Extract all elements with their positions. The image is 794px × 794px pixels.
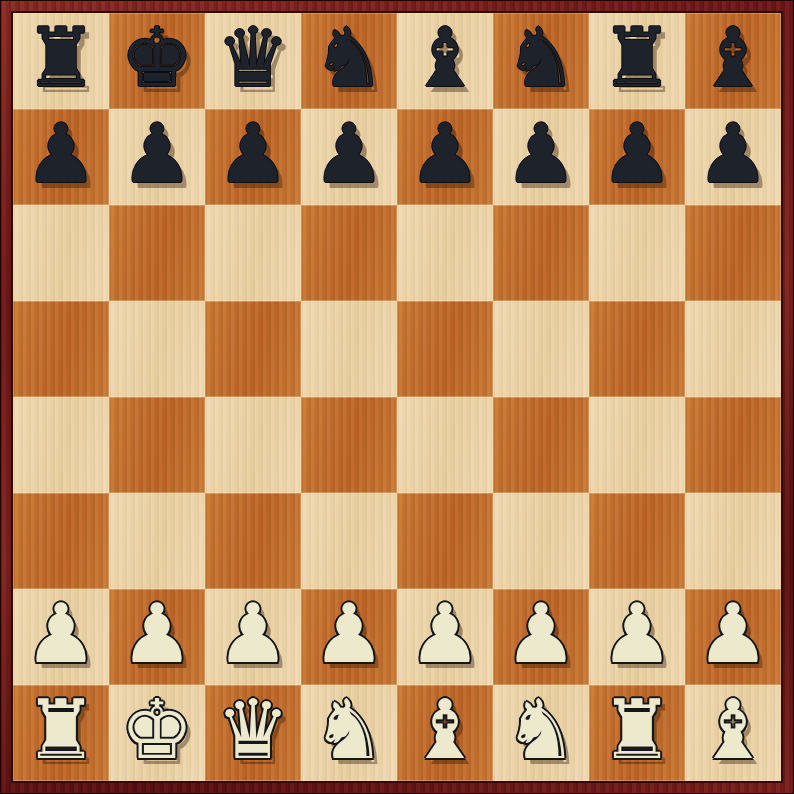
square-e5[interactable]: [397, 301, 493, 397]
piece-black-rook[interactable]: ♜: [24, 17, 98, 99]
piece-black-pawn[interactable]: ♟: [312, 113, 386, 195]
piece-white-queen[interactable]: ♛: [216, 689, 290, 771]
square-d7[interactable]: ♟: [301, 109, 397, 205]
square-h3[interactable]: [685, 493, 781, 589]
square-c4[interactable]: [205, 397, 301, 493]
square-e4[interactable]: [397, 397, 493, 493]
square-f7[interactable]: ♟: [493, 109, 589, 205]
square-h8[interactable]: ♝: [685, 13, 781, 109]
square-d1[interactable]: ♞: [301, 685, 397, 781]
square-h5[interactable]: [685, 301, 781, 397]
square-c1[interactable]: ♛: [205, 685, 301, 781]
square-g6[interactable]: [589, 205, 685, 301]
piece-black-rook[interactable]: ♜: [600, 17, 674, 99]
piece-white-rook[interactable]: ♜: [600, 689, 674, 771]
square-g5[interactable]: [589, 301, 685, 397]
piece-white-pawn[interactable]: ♟: [696, 593, 770, 675]
piece-black-pawn[interactable]: ♟: [600, 113, 674, 195]
square-h6[interactable]: [685, 205, 781, 301]
piece-black-pawn[interactable]: ♟: [216, 113, 290, 195]
piece-black-pawn[interactable]: ♟: [408, 113, 482, 195]
piece-black-pawn[interactable]: ♟: [120, 113, 194, 195]
square-b7[interactable]: ♟: [109, 109, 205, 205]
square-d4[interactable]: [301, 397, 397, 493]
square-g4[interactable]: [589, 397, 685, 493]
square-b2[interactable]: ♟: [109, 589, 205, 685]
square-b8[interactable]: ♚: [109, 13, 205, 109]
square-e1[interactable]: ♝: [397, 685, 493, 781]
piece-white-pawn[interactable]: ♟: [312, 593, 386, 675]
piece-white-pawn[interactable]: ♟: [600, 593, 674, 675]
square-h4[interactable]: [685, 397, 781, 493]
square-a8[interactable]: ♜: [13, 13, 109, 109]
piece-white-pawn[interactable]: ♟: [120, 593, 194, 675]
piece-white-knight[interactable]: ♞: [312, 689, 386, 771]
square-f3[interactable]: [493, 493, 589, 589]
square-b3[interactable]: [109, 493, 205, 589]
piece-white-knight[interactable]: ♞: [504, 689, 578, 771]
square-h7[interactable]: ♟: [685, 109, 781, 205]
square-a1[interactable]: ♜: [13, 685, 109, 781]
piece-white-rook[interactable]: ♜: [24, 689, 98, 771]
piece-white-pawn[interactable]: ♟: [504, 593, 578, 675]
square-d3[interactable]: [301, 493, 397, 589]
square-c2[interactable]: ♟: [205, 589, 301, 685]
piece-black-bishop[interactable]: ♝: [408, 17, 482, 99]
square-b5[interactable]: [109, 301, 205, 397]
square-a5[interactable]: [13, 301, 109, 397]
square-g8[interactable]: ♜: [589, 13, 685, 109]
piece-white-pawn[interactable]: ♟: [24, 593, 98, 675]
square-g3[interactable]: [589, 493, 685, 589]
square-b1[interactable]: ♚: [109, 685, 205, 781]
square-h2[interactable]: ♟: [685, 589, 781, 685]
square-f1[interactable]: ♞: [493, 685, 589, 781]
square-e7[interactable]: ♟: [397, 109, 493, 205]
square-a3[interactable]: [13, 493, 109, 589]
square-e2[interactable]: ♟: [397, 589, 493, 685]
square-a7[interactable]: ♟: [13, 109, 109, 205]
square-f2[interactable]: ♟: [493, 589, 589, 685]
piece-white-pawn[interactable]: ♟: [216, 593, 290, 675]
piece-white-king[interactable]: ♚: [120, 689, 194, 771]
piece-white-bishop[interactable]: ♝: [696, 689, 770, 771]
square-b6[interactable]: [109, 205, 205, 301]
square-g7[interactable]: ♟: [589, 109, 685, 205]
square-f8[interactable]: ♞: [493, 13, 589, 109]
square-e3[interactable]: [397, 493, 493, 589]
piece-black-knight[interactable]: ♞: [312, 17, 386, 99]
square-d2[interactable]: ♟: [301, 589, 397, 685]
square-d8[interactable]: ♞: [301, 13, 397, 109]
square-e6[interactable]: [397, 205, 493, 301]
square-h1[interactable]: ♝: [685, 685, 781, 781]
square-f4[interactable]: [493, 397, 589, 493]
board-frame: ♜♚♛♞♝♞♜♝♟♟♟♟♟♟♟♟♟♟♟♟♟♟♟♟♜♚♛♞♝♞♜♝: [0, 0, 794, 794]
chess-board: ♜♚♛♞♝♞♜♝♟♟♟♟♟♟♟♟♟♟♟♟♟♟♟♟♜♚♛♞♝♞♜♝: [13, 13, 781, 781]
square-a4[interactable]: [13, 397, 109, 493]
piece-white-bishop[interactable]: ♝: [408, 689, 482, 771]
square-c3[interactable]: [205, 493, 301, 589]
square-c7[interactable]: ♟: [205, 109, 301, 205]
square-b4[interactable]: [109, 397, 205, 493]
piece-black-knight[interactable]: ♞: [504, 17, 578, 99]
piece-white-pawn[interactable]: ♟: [408, 593, 482, 675]
piece-black-pawn[interactable]: ♟: [696, 113, 770, 195]
square-a6[interactable]: [13, 205, 109, 301]
square-g1[interactable]: ♜: [589, 685, 685, 781]
square-e8[interactable]: ♝: [397, 13, 493, 109]
piece-black-king[interactable]: ♚: [120, 17, 194, 99]
square-d6[interactable]: [301, 205, 397, 301]
piece-black-pawn[interactable]: ♟: [504, 113, 578, 195]
square-g2[interactable]: ♟: [589, 589, 685, 685]
piece-black-queen[interactable]: ♛: [216, 17, 290, 99]
square-f6[interactable]: [493, 205, 589, 301]
piece-black-bishop[interactable]: ♝: [696, 17, 770, 99]
square-c5[interactable]: [205, 301, 301, 397]
piece-black-pawn[interactable]: ♟: [24, 113, 98, 195]
square-f5[interactable]: [493, 301, 589, 397]
square-a2[interactable]: ♟: [13, 589, 109, 685]
square-c8[interactable]: ♛: [205, 13, 301, 109]
square-d5[interactable]: [301, 301, 397, 397]
square-c6[interactable]: [205, 205, 301, 301]
